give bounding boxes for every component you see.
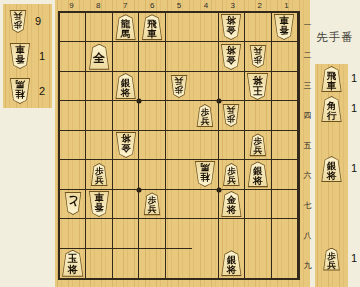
square-6九[interactable] xyxy=(139,249,165,278)
square-6一[interactable]: 飛車 xyxy=(139,13,165,42)
square-9四[interactable] xyxy=(60,101,86,130)
piece-sente[interactable]: 角行 xyxy=(321,96,343,122)
square-7八[interactable] xyxy=(113,219,139,248)
piece-kanji: 歩兵 xyxy=(170,75,188,98)
square-4三[interactable] xyxy=(192,72,218,101)
sente-hand-slot: 銀将 xyxy=(315,154,348,184)
piece-kanji: 歩兵 xyxy=(196,104,214,127)
hand-count: 2 xyxy=(39,85,45,97)
square-4四[interactable]: 歩兵 xyxy=(192,101,218,130)
piece-gote-34[interactable]: 歩兵 xyxy=(222,104,240,127)
square-9二[interactable] xyxy=(60,42,86,71)
square-8六[interactable]: 歩兵 xyxy=(86,160,112,189)
square-9三[interactable] xyxy=(60,72,86,101)
piece-kanji: 歩兵 xyxy=(249,45,267,68)
file-label: 2 xyxy=(246,0,273,11)
gote-hand-slot: 香車1 xyxy=(3,39,52,74)
square-3八[interactable] xyxy=(219,219,245,248)
piece-kanji: 歩兵 xyxy=(9,10,27,33)
square-5八[interactable] xyxy=(166,219,192,248)
piece-kanji: 王将 xyxy=(246,73,269,100)
sente-panel: 先手番 飛車角行銀将歩兵 1111 xyxy=(310,0,360,287)
piece-kanji: 玉将 xyxy=(61,250,84,277)
square-7九[interactable] xyxy=(113,249,139,278)
hand-count: 1 xyxy=(39,50,45,62)
file-label: 5 xyxy=(166,0,193,11)
gote-hand-slot: 歩兵9 xyxy=(3,4,52,39)
piece-gote[interactable]: 歩兵 xyxy=(9,10,27,33)
square-9五[interactable] xyxy=(60,131,86,160)
square-1八[interactable] xyxy=(272,219,298,248)
square-4六[interactable]: 桂馬 xyxy=(192,160,218,189)
square-1九[interactable] xyxy=(272,249,298,278)
piece-gote-97[interactable]: と xyxy=(64,192,82,215)
piece-kanji: 桂馬 xyxy=(9,78,31,104)
hand-count: 1 xyxy=(351,72,360,84)
piece-kanji: 銀将 xyxy=(115,73,137,99)
square-6七[interactable]: 歩兵 xyxy=(139,190,165,219)
square-5九[interactable] xyxy=(166,249,192,278)
piece-sente-73[interactable]: 銀将 xyxy=(115,73,137,99)
square-3九[interactable]: 銀将 xyxy=(219,249,245,278)
square-8五[interactable] xyxy=(86,131,112,160)
square-1一[interactable]: 香車 xyxy=(272,13,298,42)
board-grid: 龍馬飛車金将香車全金将歩兵銀将歩兵王将歩兵歩兵金将歩兵歩兵桂馬歩兵銀将と香車歩兵… xyxy=(58,11,300,280)
hand-count: 1 xyxy=(351,102,360,114)
square-7六[interactable] xyxy=(113,160,139,189)
square-3三[interactable] xyxy=(219,72,245,101)
piece-sente-25[interactable]: 歩兵 xyxy=(249,133,267,156)
piece-sente[interactable]: 飛車 xyxy=(321,66,343,92)
file-label: 3 xyxy=(219,0,246,11)
square-1六[interactable] xyxy=(272,160,298,189)
square-4一[interactable] xyxy=(192,13,218,42)
piece-kanji: 歩兵 xyxy=(249,133,267,156)
square-2六[interactable]: 銀将 xyxy=(245,160,271,189)
piece-sente-26[interactable]: 銀将 xyxy=(247,161,269,187)
piece-kanji: 歩兵 xyxy=(143,192,161,215)
piece-gote[interactable]: 香車 xyxy=(9,43,31,69)
piece-sente-37[interactable]: 金将 xyxy=(220,191,242,217)
file-label: 7 xyxy=(112,0,139,11)
square-1二[interactable] xyxy=(272,42,298,71)
piece-sente-44[interactable]: 歩兵 xyxy=(196,104,214,127)
piece-kanji: 銀将 xyxy=(220,250,242,276)
piece-sente-39[interactable]: 銀将 xyxy=(220,250,242,276)
sente-hand-tray: 飛車角行銀将歩兵 xyxy=(315,64,348,287)
square-7一[interactable]: 龍馬 xyxy=(113,13,139,42)
piece-kanji: 歩兵 xyxy=(90,163,108,186)
square-7七[interactable] xyxy=(113,190,139,219)
square-4二[interactable] xyxy=(192,42,218,71)
piece-kanji: 金将 xyxy=(220,14,242,40)
file-label: 1 xyxy=(273,0,300,11)
square-6八[interactable] xyxy=(139,219,165,248)
piece-gote-46[interactable]: 桂馬 xyxy=(194,161,216,187)
square-1三[interactable] xyxy=(272,72,298,101)
square-5五[interactable] xyxy=(166,131,192,160)
piece-sente-86[interactable]: 歩兵 xyxy=(90,163,108,186)
piece-sente[interactable]: 銀将 xyxy=(321,156,343,182)
piece-sente[interactable]: 歩兵 xyxy=(323,248,341,271)
gote-hand-tray: 歩兵9香車1桂馬2 xyxy=(3,4,52,108)
piece-kanji: 歩兵 xyxy=(323,248,341,271)
piece-kanji: 全 xyxy=(88,44,110,70)
hand-count: 9 xyxy=(35,15,41,27)
piece-gote-23[interactable]: 王将 xyxy=(246,73,269,100)
file-label: 9 xyxy=(58,0,85,11)
piece-gote-11[interactable]: 香車 xyxy=(273,14,295,40)
square-8三[interactable] xyxy=(86,72,112,101)
square-8一[interactable] xyxy=(86,13,112,42)
piece-kanji: 桂馬 xyxy=(194,161,216,187)
square-2三[interactable]: 王将 xyxy=(245,72,271,101)
piece-gote-22[interactable]: 歩兵 xyxy=(249,45,267,68)
square-5二[interactable] xyxy=(166,42,192,71)
square-6二[interactable] xyxy=(139,42,165,71)
square-8四[interactable] xyxy=(86,101,112,130)
square-3四[interactable]: 歩兵 xyxy=(219,101,245,130)
square-9一[interactable] xyxy=(60,13,86,42)
piece-gote-53[interactable]: 歩兵 xyxy=(170,75,188,98)
square-2二[interactable]: 歩兵 xyxy=(245,42,271,71)
piece-gote-75[interactable]: 金将 xyxy=(115,132,137,158)
square-6三[interactable] xyxy=(139,72,165,101)
piece-sente-82[interactable]: 全 xyxy=(88,44,110,70)
square-5六[interactable] xyxy=(166,160,192,189)
square-4五[interactable] xyxy=(192,131,218,160)
turn-indicator: 先手番 xyxy=(310,30,360,45)
sente-hand-slot: 歩兵 xyxy=(315,244,348,274)
square-6六[interactable] xyxy=(139,160,165,189)
shogi-app: 歩兵9香車1桂馬2 987654321 龍馬飛車金将香車全金将歩兵銀将歩兵王将歩… xyxy=(0,0,360,287)
square-3五[interactable] xyxy=(219,131,245,160)
square-2七[interactable] xyxy=(245,190,271,219)
square-1五[interactable] xyxy=(272,131,298,160)
file-label: 6 xyxy=(139,0,166,11)
piece-sente-61[interactable]: 飛車 xyxy=(141,14,163,40)
hand-count: 1 xyxy=(351,252,360,264)
square-2一[interactable] xyxy=(245,13,271,42)
square-5四[interactable] xyxy=(166,101,192,130)
square-7三[interactable]: 銀将 xyxy=(113,72,139,101)
square-9七[interactable]: と xyxy=(60,190,86,219)
square-2五[interactable]: 歩兵 xyxy=(245,131,271,160)
piece-kanji: 角行 xyxy=(321,96,343,122)
square-8九[interactable] xyxy=(86,249,112,278)
piece-kanji: と xyxy=(64,192,82,215)
square-6五[interactable] xyxy=(139,131,165,160)
piece-gote-87[interactable]: 香車 xyxy=(88,191,110,217)
square-8二[interactable]: 全 xyxy=(86,42,112,71)
piece-gote-31[interactable]: 金将 xyxy=(220,14,242,40)
square-1四[interactable] xyxy=(272,101,298,130)
file-label: 8 xyxy=(85,0,112,11)
square-5七[interactable] xyxy=(166,190,192,219)
piece-kanji: 銀将 xyxy=(247,161,269,187)
square-4七[interactable] xyxy=(192,190,218,219)
piece-kanji: 歩兵 xyxy=(222,163,240,186)
square-7五[interactable]: 金将 xyxy=(113,131,139,160)
square-9六[interactable] xyxy=(60,160,86,189)
square-6四[interactable] xyxy=(139,101,165,130)
piece-kanji: 香車 xyxy=(88,191,110,217)
piece-kanji: 飛車 xyxy=(321,66,343,92)
piece-sente-99[interactable]: 玉将 xyxy=(61,250,84,277)
square-8七[interactable]: 香車 xyxy=(86,190,112,219)
square-7二[interactable] xyxy=(113,42,139,71)
piece-kanji: 龍馬 xyxy=(115,14,137,40)
piece-kanji: 金将 xyxy=(220,44,242,70)
square-8八[interactable] xyxy=(86,219,112,248)
piece-kanji: 金将 xyxy=(220,191,242,217)
piece-sente-36[interactable]: 歩兵 xyxy=(222,163,240,186)
square-3六[interactable]: 歩兵 xyxy=(219,160,245,189)
gote-hand-slot: 桂馬2 xyxy=(3,73,52,108)
sente-hand-slot: 飛車 xyxy=(315,64,348,94)
piece-gote[interactable]: 桂馬 xyxy=(9,78,31,104)
file-labels: 987654321 xyxy=(58,0,300,11)
square-3七[interactable]: 金将 xyxy=(219,190,245,219)
square-9九[interactable]: 玉将 xyxy=(60,249,86,278)
piece-sente-67[interactable]: 歩兵 xyxy=(143,192,161,215)
piece-kanji: 歩兵 xyxy=(222,104,240,127)
square-7四[interactable] xyxy=(113,101,139,130)
piece-gote-32[interactable]: 金将 xyxy=(220,44,242,70)
piece-kanji: 金将 xyxy=(115,132,137,158)
piece-kanji: 銀将 xyxy=(321,156,343,182)
piece-kanji: 飛車 xyxy=(141,14,163,40)
square-3二[interactable]: 金将 xyxy=(219,42,245,71)
square-3一[interactable]: 金将 xyxy=(219,13,245,42)
piece-kanji: 香車 xyxy=(9,43,31,69)
square-4八[interactable] xyxy=(192,219,218,248)
square-2九[interactable] xyxy=(245,249,271,278)
square-9八[interactable] xyxy=(60,219,86,248)
square-4九[interactable] xyxy=(192,249,218,278)
square-2四[interactable] xyxy=(245,101,271,130)
square-2八[interactable] xyxy=(245,219,271,248)
piece-kanji: 香車 xyxy=(273,14,295,40)
square-5三[interactable]: 歩兵 xyxy=(166,72,192,101)
file-label: 4 xyxy=(192,0,219,11)
shogi-board-panel: 987654321 龍馬飛車金将香車全金将歩兵銀将歩兵王将歩兵歩兵金将歩兵歩兵桂… xyxy=(55,0,310,287)
square-5一[interactable] xyxy=(166,13,192,42)
hand-count: 1 xyxy=(351,162,360,174)
square-1七[interactable] xyxy=(272,190,298,219)
sente-hand-slot: 角行 xyxy=(315,94,348,124)
piece-sente-71[interactable]: 龍馬 xyxy=(115,14,137,40)
